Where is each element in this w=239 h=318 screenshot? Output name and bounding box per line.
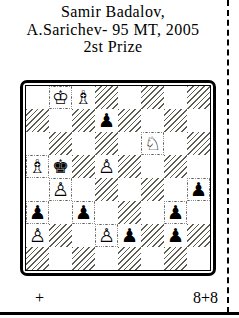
square-b5: ♚ [49, 155, 72, 178]
square-g5 [164, 155, 187, 178]
white-pawn: ♙ [27, 225, 48, 246]
square-b4: ♙ [49, 178, 72, 201]
square-f5 [141, 155, 164, 178]
page-cut-dashed-line [227, 0, 229, 313]
square-b6 [49, 132, 72, 155]
square-a6 [26, 132, 49, 155]
square-f1 [141, 247, 164, 270]
square-h8 [187, 86, 210, 109]
square-h1 [187, 247, 210, 270]
black-pawn: ♟ [73, 202, 94, 223]
chess-board: ♔♗♟♘♗♚♙♙♟♟♟♟♙♙♟♟ [26, 86, 210, 270]
square-c2 [72, 224, 95, 247]
square-d5: ♙ [95, 155, 118, 178]
black-pawn: ♟ [188, 179, 209, 200]
square-g2: ♟ [164, 224, 187, 247]
square-a3: ♟ [26, 201, 49, 224]
problem-title: Samir Badalov, A.Sarichev- 95 MT, 2005 2… [0, 3, 226, 56]
material-count: 8+8 [193, 289, 218, 307]
square-h6 [187, 132, 210, 155]
chess-board-frame: ♔♗♟♘♗♚♙♙♟♟♟♟♙♙♟♟ [20, 80, 216, 276]
square-a2: ♙ [26, 224, 49, 247]
square-f2 [141, 224, 164, 247]
square-f3 [141, 201, 164, 224]
square-c3: ♟ [72, 201, 95, 224]
square-h5 [187, 155, 210, 178]
square-a7 [26, 109, 49, 132]
square-e4 [118, 178, 141, 201]
square-h4: ♟ [187, 178, 210, 201]
square-f7 [141, 109, 164, 132]
square-g8 [164, 86, 187, 109]
page-bottom-rule [0, 312, 239, 315]
square-c5 [72, 155, 95, 178]
stipulation-symbol: + [35, 289, 44, 307]
square-g3: ♟ [164, 201, 187, 224]
white-bishop: ♗ [27, 156, 48, 177]
square-g6 [164, 132, 187, 155]
prize-line: 2st Prize [0, 38, 226, 56]
square-a5: ♗ [26, 155, 49, 178]
black-pawn: ♟ [27, 202, 48, 223]
black-king: ♚ [50, 156, 71, 177]
white-pawn: ♙ [50, 179, 71, 200]
square-d7: ♟ [95, 109, 118, 132]
square-h2 [187, 224, 210, 247]
square-c1 [72, 247, 95, 270]
square-b1 [49, 247, 72, 270]
white-pawn: ♙ [96, 225, 117, 246]
square-c4 [72, 178, 95, 201]
square-a8 [26, 86, 49, 109]
square-a1 [26, 247, 49, 270]
chess-problem-page: Samir Badalov, A.Sarichev- 95 MT, 2005 2… [0, 0, 239, 318]
white-pawn: ♙ [96, 156, 117, 177]
square-d4 [95, 178, 118, 201]
square-g4 [164, 178, 187, 201]
square-e1 [118, 247, 141, 270]
black-pawn: ♟ [165, 202, 186, 223]
square-a4 [26, 178, 49, 201]
square-h3 [187, 201, 210, 224]
square-d8 [95, 86, 118, 109]
black-pawn: ♟ [165, 225, 186, 246]
square-f4 [141, 178, 164, 201]
white-bishop: ♗ [73, 87, 94, 108]
square-g7 [164, 109, 187, 132]
square-c6 [72, 132, 95, 155]
square-e3 [118, 201, 141, 224]
square-c7 [72, 109, 95, 132]
square-d1 [95, 247, 118, 270]
square-e2: ♟ [118, 224, 141, 247]
square-e8 [118, 86, 141, 109]
square-d6 [95, 132, 118, 155]
black-pawn: ♟ [96, 110, 117, 131]
square-c8: ♗ [72, 86, 95, 109]
square-d2: ♙ [95, 224, 118, 247]
black-pawn: ♟ [119, 225, 140, 246]
square-e5 [118, 155, 141, 178]
author-line-2: A.Sarichev- 95 MT, 2005 [0, 21, 226, 39]
chess-board-inner-border: ♔♗♟♘♗♚♙♙♟♟♟♟♙♙♟♟ [25, 85, 211, 271]
square-e7 [118, 109, 141, 132]
white-king: ♔ [50, 87, 71, 108]
caption-row: + 8+8 [35, 289, 218, 307]
square-e6 [118, 132, 141, 155]
square-b3 [49, 201, 72, 224]
square-d3 [95, 201, 118, 224]
square-g1 [164, 247, 187, 270]
square-h7 [187, 109, 210, 132]
square-b2 [49, 224, 72, 247]
square-b8: ♔ [49, 86, 72, 109]
white-knight: ♘ [142, 133, 163, 154]
square-f6: ♘ [141, 132, 164, 155]
author-line-1: Samir Badalov, [0, 3, 226, 21]
square-b7 [49, 109, 72, 132]
square-f8 [141, 86, 164, 109]
